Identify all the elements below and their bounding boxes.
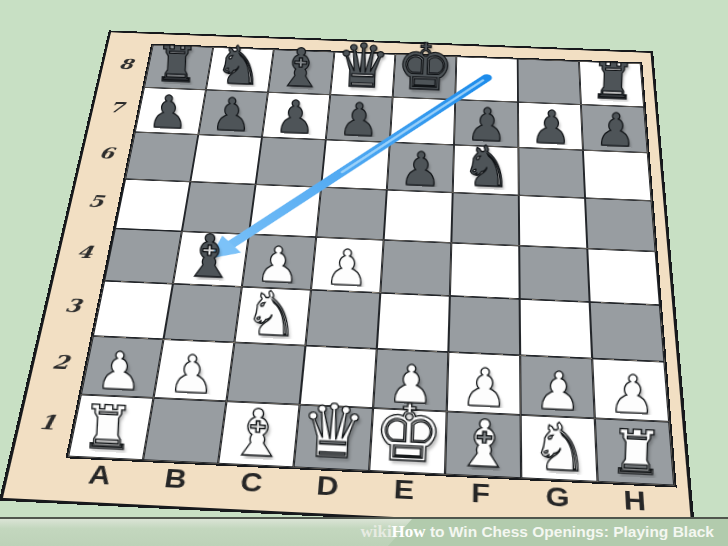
square-h3[interactable]: [590, 302, 665, 362]
square-b5[interactable]: [182, 181, 256, 234]
square-g2[interactable]: ♟: [520, 355, 595, 418]
caption-bar: wikiHow to Win Chess Openings: Playing B…: [0, 517, 728, 546]
wikihow-logo-wiki: wiki: [360, 522, 391, 541]
square-h8[interactable]: ♜: [579, 61, 644, 107]
square-a1[interactable]: ♜: [68, 394, 153, 460]
rank-label-8: 8: [104, 42, 147, 86]
square-c6[interactable]: [256, 137, 326, 187]
square-a2[interactable]: ♟: [81, 336, 164, 398]
square-g5[interactable]: [519, 195, 588, 248]
page-root: { "page": { "background": "#c8e0c4" }, "…: [0, 0, 728, 546]
chess-board: ♜♞♝♛♚♜♟♟♟♟♟♟♟♟♞♝♟♟♞♟♟♟♟♟♟♜♝♛♚♝♞♜: [65, 43, 676, 487]
square-c2[interactable]: [226, 342, 305, 404]
square-h7[interactable]: ♟: [581, 104, 648, 152]
square-e2[interactable]: ♟: [373, 348, 448, 411]
square-g3[interactable]: [520, 298, 592, 358]
square-b2[interactable]: ♟: [154, 339, 235, 401]
square-c3[interactable]: ♞: [234, 286, 311, 345]
square-g4[interactable]: [519, 245, 589, 301]
square-a8[interactable]: ♜: [144, 44, 213, 89]
rank-label-5: 5: [72, 175, 120, 226]
square-f2[interactable]: ♟: [447, 352, 521, 415]
square-c5[interactable]: [249, 184, 321, 237]
square-d6[interactable]: [321, 139, 390, 189]
square-e4[interactable]: [380, 239, 451, 295]
square-a5[interactable]: [115, 178, 190, 230]
rank-label-6: 6: [83, 129, 129, 177]
square-h4[interactable]: [587, 248, 660, 304]
piece-black-rook: ♜: [581, 19, 645, 107]
square-d5[interactable]: [316, 187, 387, 240]
piece-white-rook: ♜: [70, 352, 148, 459]
square-f3[interactable]: [448, 295, 520, 354]
square-g7[interactable]: ♟: [518, 102, 583, 150]
square-c8[interactable]: ♝: [268, 49, 334, 94]
square-d8[interactable]: ♛: [330, 51, 395, 96]
square-e8[interactable]: ♚: [393, 54, 457, 99]
square-b7[interactable]: ♟: [198, 89, 268, 136]
square-f8[interactable]: [455, 56, 518, 102]
rank-label-4: 4: [60, 225, 109, 279]
square-h1[interactable]: ♜: [595, 418, 674, 485]
square-c1[interactable]: ♝: [218, 401, 300, 467]
rank-label-2: 2: [34, 332, 87, 392]
square-b8[interactable]: ♞: [206, 47, 274, 92]
square-e1[interactable]: ♚: [369, 408, 447, 474]
square-g1[interactable]: ♞: [521, 414, 598, 481]
square-f6[interactable]: ♞: [453, 144, 519, 194]
piece-black-rook: ♜: [146, 3, 210, 91]
square-b1[interactable]: [143, 397, 227, 463]
wikihow-logo-how: How: [392, 522, 426, 541]
illustration-scene: 87654321 ♜♞♝♛♚♜♟♟♟♟♟♟♟♟♞♝♟♟♞♟♟♟♟♟♟♜♝♛♚♝♞…: [0, 0, 728, 517]
square-h5[interactable]: [585, 198, 656, 251]
square-d3[interactable]: [305, 289, 380, 348]
square-e6[interactable]: ♟: [387, 142, 454, 192]
square-h6[interactable]: [583, 150, 652, 201]
square-f4[interactable]: [450, 242, 520, 298]
square-d2[interactable]: [300, 345, 377, 407]
square-h2[interactable]: ♟: [592, 358, 669, 421]
square-d4[interactable]: ♟: [311, 237, 384, 293]
square-f7[interactable]: ♟: [454, 99, 518, 147]
piece-black-king: ♚: [394, 12, 458, 100]
square-e5[interactable]: [384, 189, 453, 242]
square-d7[interactable]: ♟: [326, 94, 393, 142]
rank-label-3: 3: [48, 277, 99, 334]
square-g8[interactable]: [518, 58, 581, 104]
square-b3[interactable]: [163, 283, 241, 342]
square-e7[interactable]: [390, 97, 455, 145]
square-g6[interactable]: [518, 147, 585, 198]
square-c4[interactable]: ♟: [242, 234, 316, 290]
square-a6[interactable]: [125, 131, 198, 181]
board-frame: 87654321 ♜♞♝♛♚♜♟♟♟♟♟♟♟♟♞♝♟♟♞♟♟♟♟♟♟♜♝♛♚♝♞…: [0, 30, 695, 534]
piece-black-queen: ♛: [331, 10, 395, 98]
rank-label-7: 7: [94, 84, 139, 130]
caption-title: to Win Chess Openings: Playing Black: [426, 523, 714, 540]
square-c7[interactable]: ♟: [262, 92, 330, 139]
file-label-e: E: [364, 467, 442, 513]
rank-label-1: 1: [20, 390, 75, 454]
piece-black-bishop: ♝: [269, 7, 333, 95]
piece-black-knight: ♞: [207, 5, 271, 93]
file-label-g: G: [519, 474, 597, 521]
square-a3[interactable]: [93, 280, 173, 338]
square-d1[interactable]: ♛: [293, 404, 373, 470]
square-b6[interactable]: [190, 134, 262, 184]
square-a7[interactable]: ♟: [135, 87, 206, 134]
square-a4[interactable]: [104, 228, 182, 283]
caption-text: wikiHow to Win Chess Openings: Playing B…: [360, 519, 714, 546]
square-e3[interactable]: [377, 292, 450, 351]
square-f5[interactable]: [451, 192, 519, 245]
square-f1[interactable]: ♝: [445, 411, 521, 478]
square-b4[interactable]: ♝: [173, 231, 249, 286]
